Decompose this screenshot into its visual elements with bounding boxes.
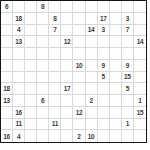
cell-r6c11[interactable]: 9 (122, 60, 134, 72)
cell-r12c12[interactable] (134, 130, 146, 142)
cell-r2c7[interactable] (73, 13, 85, 25)
cell-r3c11[interactable]: 7 (122, 25, 134, 37)
cell-r10c6[interactable] (61, 107, 73, 119)
cell-r9c4[interactable]: 6 (37, 95, 49, 107)
cell-r12c11[interactable] (122, 130, 134, 142)
cell-r8c2[interactable] (13, 83, 25, 95)
cell-r6c2[interactable] (13, 60, 25, 72)
cell-r4c8[interactable] (86, 36, 98, 48)
cell-r11c9[interactable] (98, 119, 110, 131)
cell-r1c7[interactable] (73, 1, 85, 13)
cell-r10c12[interactable]: 15 (134, 107, 146, 119)
cell-r10c9[interactable] (98, 107, 110, 119)
cell-r1c4[interactable]: 8 (37, 1, 49, 13)
cell-r6c6[interactable] (61, 60, 73, 72)
cell-r5c11[interactable] (122, 48, 134, 60)
cell-r12c6[interactable] (61, 130, 73, 142)
cell-r4c4[interactable] (37, 36, 49, 48)
cell-r2c9[interactable]: 17 (98, 13, 110, 25)
cell-r5c4[interactable] (37, 48, 49, 60)
cell-r7c4[interactable] (37, 72, 49, 84)
cell-r10c2[interactable]: 16 (13, 107, 25, 119)
cell-r5c8[interactable] (86, 48, 98, 60)
cell-r9c10[interactable] (110, 95, 122, 107)
cell-r11c7[interactable] (73, 119, 85, 131)
cell-r3c4[interactable] (37, 25, 49, 37)
cell-r8c3[interactable] (25, 83, 37, 95)
puzzle-board: 6818817347143713121410995151817513621161… (0, 0, 147, 143)
cell-r12c7[interactable]: 2 (73, 130, 85, 142)
cell-r7c5[interactable] (49, 72, 61, 84)
cell-r3c2[interactable]: 4 (13, 25, 25, 37)
cell-r6c7[interactable]: 10 (73, 60, 85, 72)
cell-r2c1[interactable] (1, 13, 13, 25)
cell-r12c4[interactable] (37, 130, 49, 142)
cell-r4c9[interactable] (98, 36, 110, 48)
cell-r10c10[interactable] (110, 107, 122, 119)
cell-r3c10[interactable] (110, 25, 122, 37)
cell-r3c1[interactable] (1, 25, 13, 37)
cell-r11c2[interactable]: 11 (13, 119, 25, 131)
cell-r7c10[interactable] (110, 72, 122, 84)
cell-r7c2[interactable] (13, 72, 25, 84)
cell-r9c9[interactable] (98, 95, 110, 107)
cell-r7c11[interactable]: 15 (122, 72, 134, 84)
cell-r12c2[interactable]: 4 (13, 130, 25, 142)
cell-r2c10[interactable] (110, 13, 122, 25)
cell-r8c9[interactable] (98, 83, 110, 95)
cell-r7c1[interactable] (1, 72, 13, 84)
cell-r2c6[interactable] (61, 13, 73, 25)
cell-r10c8[interactable] (86, 107, 98, 119)
cell-r3c9[interactable]: 3 (98, 25, 110, 37)
cell-r3c5[interactable]: 7 (49, 25, 61, 37)
cell-r4c7[interactable] (73, 36, 85, 48)
cell-r7c12[interactable] (134, 72, 146, 84)
cell-r6c1[interactable] (1, 60, 13, 72)
cell-r6c5[interactable] (49, 60, 61, 72)
cell-r9c12[interactable]: 1 (134, 95, 146, 107)
cell-r3c3[interactable] (25, 25, 37, 37)
cell-r6c3[interactable] (25, 60, 37, 72)
cell-r11c12[interactable] (134, 119, 146, 131)
cell-r3c8[interactable]: 14 (86, 25, 98, 37)
cell-r1c5[interactable] (49, 1, 61, 13)
cell-r2c3[interactable] (25, 13, 37, 25)
cell-r2c8[interactable] (86, 13, 98, 25)
cell-r1c8[interactable] (86, 1, 98, 13)
cell-r10c5[interactable] (49, 107, 61, 119)
cell-r8c11[interactable]: 5 (122, 83, 134, 95)
cell-r5c2[interactable] (13, 48, 25, 60)
cell-r2c12[interactable] (134, 13, 146, 25)
cell-r6c10[interactable] (110, 60, 122, 72)
cell-r9c11[interactable] (122, 95, 134, 107)
cell-r4c3[interactable] (25, 36, 37, 48)
cell-r6c9[interactable]: 9 (98, 60, 110, 72)
cell-r11c3[interactable] (25, 119, 37, 131)
cell-r1c1[interactable]: 6 (1, 1, 13, 13)
cell-r6c8[interactable] (86, 60, 98, 72)
cell-r2c4[interactable] (37, 13, 49, 25)
cell-r12c1[interactable]: 16 (1, 130, 13, 142)
cell-r4c12[interactable]: 14 (134, 36, 146, 48)
cell-r12c9[interactable] (98, 130, 110, 142)
cell-r5c7[interactable] (73, 48, 85, 60)
cell-r11c11[interactable]: 1 (122, 119, 134, 131)
cell-r5c1[interactable] (1, 48, 13, 60)
cell-r6c12[interactable] (134, 60, 146, 72)
cell-r1c11[interactable] (122, 1, 134, 13)
cell-r2c11[interactable]: 3 (122, 13, 134, 25)
cell-r5c5[interactable] (49, 48, 61, 60)
cell-r1c3[interactable] (25, 1, 37, 13)
cell-r5c9[interactable] (98, 48, 110, 60)
cell-r10c1[interactable] (1, 107, 13, 119)
cell-r12c3[interactable] (25, 130, 37, 142)
cell-r9c8[interactable]: 2 (86, 95, 98, 107)
cell-r11c4[interactable] (37, 119, 49, 131)
cell-r4c10[interactable] (110, 36, 122, 48)
cell-r8c5[interactable] (49, 83, 61, 95)
cell-r10c11[interactable] (122, 107, 134, 119)
cell-r1c6[interactable] (61, 1, 73, 13)
cell-r4c11[interactable] (122, 36, 134, 48)
cell-r8c1[interactable]: 18 (1, 83, 13, 95)
cell-r2c2[interactable]: 18 (13, 13, 25, 25)
cell-r8c4[interactable] (37, 83, 49, 95)
cell-r4c5[interactable] (49, 36, 61, 48)
cell-r10c3[interactable] (25, 107, 37, 119)
cell-r9c6[interactable] (61, 95, 73, 107)
cell-r5c10[interactable] (110, 48, 122, 60)
cell-r7c8[interactable] (86, 72, 98, 84)
cell-r11c1[interactable] (1, 119, 13, 131)
cell-r7c3[interactable] (25, 72, 37, 84)
cell-r9c2[interactable] (13, 95, 25, 107)
cell-r7c7[interactable] (73, 72, 85, 84)
cell-r8c8[interactable] (86, 83, 98, 95)
cell-r3c6[interactable] (61, 25, 73, 37)
cell-r3c12[interactable] (134, 25, 146, 37)
cell-r11c5[interactable]: 11 (49, 119, 61, 131)
cell-r2c5[interactable]: 8 (49, 13, 61, 25)
cell-r12c8[interactable]: 10 (86, 130, 98, 142)
cell-r1c12[interactable] (134, 1, 146, 13)
cell-r3c7[interactable] (73, 25, 85, 37)
cell-r7c6[interactable] (61, 72, 73, 84)
cell-r4c1[interactable] (1, 36, 13, 48)
cell-r5c3[interactable] (25, 48, 37, 60)
cell-r10c4[interactable] (37, 107, 49, 119)
cell-r12c5[interactable] (49, 130, 61, 142)
cell-r8c7[interactable] (73, 83, 85, 95)
cell-r4c2[interactable]: 13 (13, 36, 25, 48)
cell-r9c1[interactable]: 13 (1, 95, 13, 107)
cell-r11c8[interactable] (86, 119, 98, 131)
cell-r11c10[interactable] (110, 119, 122, 131)
cell-r7c9[interactable]: 5 (98, 72, 110, 84)
cell-r6c4[interactable] (37, 60, 49, 72)
cell-r8c12[interactable] (134, 83, 146, 95)
cell-r12c10[interactable] (110, 130, 122, 142)
cell-r5c6[interactable] (61, 48, 73, 60)
cell-r9c7[interactable] (73, 95, 85, 107)
cell-r1c9[interactable] (98, 1, 110, 13)
cell-r4c6[interactable]: 12 (61, 36, 73, 48)
cell-r9c5[interactable] (49, 95, 61, 107)
cell-r1c10[interactable] (110, 1, 122, 13)
cell-r8c10[interactable] (110, 83, 122, 95)
cell-r11c6[interactable] (61, 119, 73, 131)
cell-r1c2[interactable] (13, 1, 25, 13)
cell-r10c7[interactable]: 12 (73, 107, 85, 119)
cell-r8c6[interactable]: 17 (61, 83, 73, 95)
cell-r9c3[interactable] (25, 95, 37, 107)
cell-r5c12[interactable] (134, 48, 146, 60)
